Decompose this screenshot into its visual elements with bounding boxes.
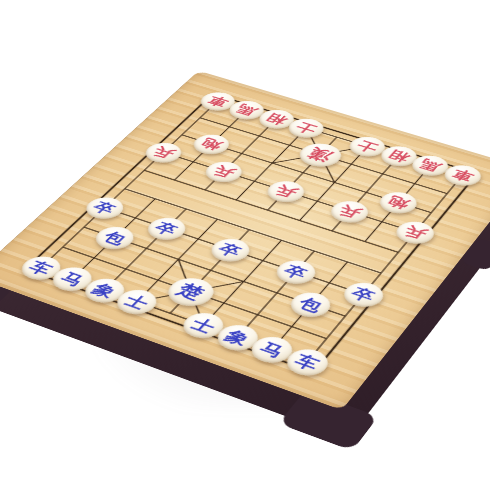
piece-character: 士 [188,316,219,335]
piece-character: 兵 [272,183,300,199]
piece-blue-h0[interactable]: 马 [245,332,300,367]
piece-blue-i0[interactable]: 车 [280,344,335,380]
piece-character: 象 [222,327,253,347]
piece-blue-d0[interactable]: 士 [110,285,164,318]
piece-blue-g0[interactable]: 象 [210,320,264,354]
product-photo-scene: 車馬相士士相馬車漢炮炮兵兵兵兵兵卒卒卒卒卒包包楚车马象士士象马车 [0,0,490,490]
piece-blue-i3[interactable]: 卒 [337,278,389,311]
piece-character: 马 [57,270,87,288]
piece-blue-h2[interactable]: 包 [284,288,337,321]
piece-character: 士 [293,121,320,136]
piece-character: 卒 [349,285,379,304]
piece-character: 兵 [210,164,238,180]
piece-blue-a0[interactable]: 车 [14,252,67,283]
piece-character: 馬 [234,103,260,117]
piece-character: 卒 [281,263,310,281]
piece-character: 馬 [417,158,444,174]
piece-red-i6[interactable]: 兵 [390,217,440,247]
piece-character: 相 [385,148,412,163]
piece-character: 包 [296,295,326,314]
piece-character: 漢 [305,146,336,163]
piece-blue-b0[interactable]: 马 [46,263,99,295]
piece-character: 車 [205,94,231,108]
piece-character: 卒 [216,241,245,258]
piece-character: 马 [257,340,288,360]
file-lines [41,101,463,362]
piece-blue-e3[interactable]: 卒 [204,235,255,266]
piece-character: 兵 [335,203,363,220]
piece-blue-c0[interactable]: 象 [78,274,132,306]
piece-blue-b2[interactable]: 包 [89,223,141,253]
piece-character: 相 [263,112,289,127]
piece-blue-f0[interactable]: 士 [176,308,230,342]
piece-blue-e1[interactable]: 楚 [160,273,222,311]
piece-character: 兵 [150,145,178,160]
piece-character: 卒 [90,199,119,215]
piece-character: 兵 [401,224,429,241]
piece-character: 士 [354,139,381,154]
piece-blue-g3[interactable]: 卒 [270,256,322,288]
piece-character: 楚 [173,281,207,302]
piece-character: 包 [100,229,129,246]
piece-character: 車 [449,167,476,183]
piece-character: 士 [122,292,153,311]
piece-character: 象 [89,281,119,299]
piece-character: 炮 [198,137,225,152]
piece-character: 炮 [385,194,413,210]
rank-lines [41,101,463,362]
piece-character: 车 [26,259,56,277]
piece-character: 车 [292,352,323,372]
piece-character: 卒 [152,220,181,237]
